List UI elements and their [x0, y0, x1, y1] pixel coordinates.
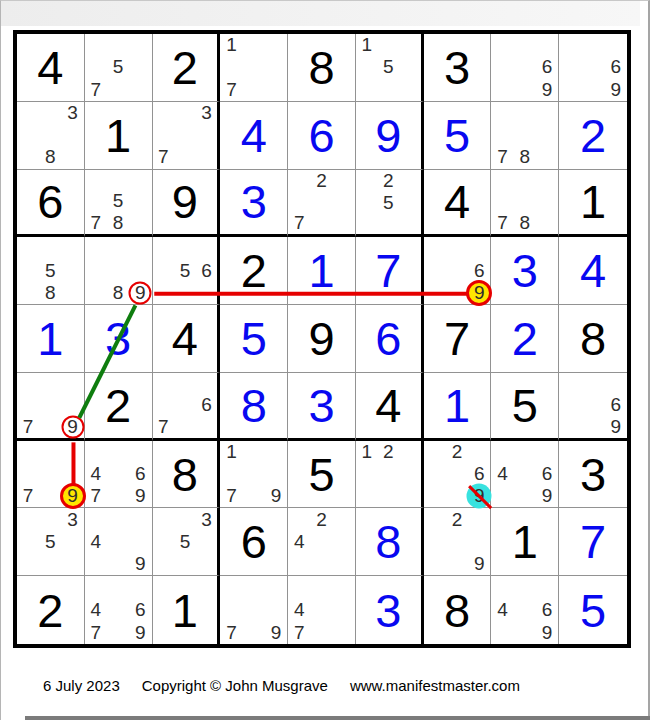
footer-copyright: Copyright © John Musgrave [142, 677, 328, 694]
given-digit: 2 [172, 44, 198, 91]
pencil-mark-pos3: 3 [62, 508, 84, 530]
pencil-mark-pos2 [174, 508, 196, 530]
cell-r7c4[interactable]: 179 [220, 441, 288, 509]
pencil-mark-pos2 [174, 102, 196, 124]
cell-r2c3[interactable]: 37 [153, 102, 221, 170]
pencil-marks: 79 [220, 576, 287, 644]
pencil-mark-pos7: 7 [153, 146, 175, 168]
cell-r6c9[interactable]: 69 [559, 373, 627, 441]
pencil-mark-pos1 [85, 34, 107, 56]
cell-r1c3[interactable]: 2 [153, 34, 221, 102]
pencil-mark-pos1 [424, 508, 446, 530]
given-digit: 7 [444, 315, 470, 362]
pencil-mark-pos7 [424, 282, 446, 304]
pencil-mark-pos1 [85, 508, 107, 530]
cell-r3c7[interactable]: 4 [424, 170, 492, 238]
solved-digit: 5 [580, 587, 606, 634]
cell-r3c9[interactable]: 1 [559, 170, 627, 238]
pencil-mark-pos8: 8 [107, 282, 129, 304]
pencil-mark-pos3 [129, 508, 151, 530]
pencil-marks: 69 [559, 373, 627, 438]
cell-r4c8[interactable]: 3 [491, 237, 559, 305]
pencil-mark-pos5 [446, 260, 468, 282]
cell-r5c6[interactable]: 6 [356, 305, 424, 373]
pencil-mark-pos5: 5 [107, 190, 129, 212]
pencil-mark-pos7: 7 [85, 79, 107, 101]
pencil-mark-pos2 [514, 576, 536, 599]
pencil-marks: 56 [153, 237, 218, 304]
cell-r8c8[interactable]: 1 [491, 508, 559, 576]
sudoku-board: 4572178153696938137469578265789327254781… [13, 30, 631, 648]
given-digit: 8 [580, 315, 606, 362]
cell-r3c4[interactable]: 3 [220, 170, 288, 238]
pencil-mark-pos3 [265, 441, 287, 463]
pencil-marks: 37 [153, 102, 218, 169]
pencil-mark-pos1 [17, 102, 39, 124]
pencil-mark-pos2 [107, 237, 129, 259]
pencil-mark-pos1 [85, 237, 107, 259]
pencil-mark-pos4: 4 [288, 599, 310, 622]
cell-r2c5[interactable]: 6 [288, 102, 356, 170]
cell-r5c9[interactable]: 8 [559, 305, 627, 373]
pencil-mark-pos4 [491, 56, 513, 78]
pencil-mark-pos4 [153, 394, 175, 416]
cell-r7c6[interactable]: 12 [356, 441, 424, 509]
pencil-mark-pos6: 6 [468, 463, 490, 485]
pencil-mark-pos1 [288, 170, 310, 192]
pencil-mark-pos5 [514, 56, 536, 78]
pencil-mark-pos8 [310, 553, 332, 575]
pencil-mark-pos1 [491, 34, 513, 56]
cell-r2c9[interactable]: 2 [559, 102, 627, 170]
cell-r1c4[interactable]: 17 [220, 34, 288, 102]
cell-r4c3[interactable]: 56 [153, 237, 221, 305]
pencil-mark-pos9: 9 [604, 416, 627, 438]
pencil-mark-pos3 [468, 508, 490, 530]
cell-r6c3[interactable]: 67 [153, 373, 221, 441]
pencil-mark-pos4 [356, 192, 378, 214]
given-digit: 3 [444, 44, 470, 91]
pencil-marks: 27 [288, 170, 355, 235]
pencil-mark-pos2 [243, 34, 265, 56]
cell-r5c8[interactable]: 2 [491, 305, 559, 373]
pencil-mark-pos1 [85, 576, 107, 599]
pencil-mark-pos8 [174, 146, 196, 168]
pencil-mark-pos8 [39, 485, 61, 507]
pencil-mark-pos2 [174, 373, 196, 394]
pencil-mark-pos3 [468, 237, 490, 259]
pencil-marks: 4679 [85, 576, 152, 644]
pencil-mark-pos9 [62, 146, 84, 168]
cell-r5c2[interactable]: 3 [85, 305, 153, 373]
pencil-mark-pos4 [559, 394, 582, 416]
pencil-mark-pos3: 3 [196, 102, 218, 124]
pencil-mark-pos2: 2 [446, 441, 468, 463]
cell-r9c7[interactable]: 8 [424, 576, 492, 644]
pencil-mark-pos4 [424, 531, 446, 553]
cell-r8c6[interactable]: 8 [356, 508, 424, 576]
pencil-mark-pos4 [220, 463, 242, 485]
cell-r4c9[interactable]: 4 [559, 237, 627, 305]
pencil-mark-pos1 [17, 508, 39, 530]
pencil-mark-pos4 [288, 192, 310, 213]
pencil-mark-pos7 [559, 79, 582, 101]
given-digit: 4 [444, 178, 470, 225]
given-digit: 5 [308, 451, 334, 498]
pencil-mark-pos6: 6 [536, 463, 558, 485]
cell-r1c2[interactable]: 57 [85, 34, 153, 102]
cell-r7c9[interactable]: 3 [559, 441, 627, 509]
cell-r6c8[interactable]: 5 [491, 373, 559, 441]
pencil-marks: 29 [424, 508, 491, 575]
cell-r6c5[interactable]: 3 [288, 373, 356, 441]
pencil-mark-pos8 [446, 282, 468, 304]
given-digit: 4 [375, 382, 401, 429]
pencil-mark-pos3 [333, 508, 355, 530]
given-digit: 8 [444, 587, 470, 634]
pencil-mark-pos5 [243, 599, 265, 622]
cell-r1c9[interactable]: 69 [559, 34, 627, 102]
solved-digit: 3 [105, 315, 131, 362]
pencil-mark-pos3 [468, 441, 490, 463]
pencil-marks: 38 [17, 102, 84, 169]
cell-r8c3[interactable]: 35 [153, 508, 221, 576]
cell-r6c6[interactable]: 4 [356, 373, 424, 441]
pencil-mark-pos1 [491, 441, 513, 463]
pencil-mark-pos9: 9 [536, 621, 558, 644]
pencil-mark-pos8 [39, 553, 61, 575]
cell-r2c6[interactable]: 9 [356, 102, 424, 170]
pencil-mark-pos4 [17, 394, 39, 415]
pencil-mark-pos9 [129, 212, 151, 234]
pencil-marks: 35 [153, 508, 218, 575]
cell-r8c2[interactable]: 49 [85, 508, 153, 576]
pencil-mark-pos4 [356, 56, 378, 78]
pencil-mark-pos3 [196, 373, 218, 394]
pencil-mark-pos2 [39, 102, 61, 124]
cell-r9c3[interactable]: 1 [153, 576, 221, 644]
pencil-mark-pos6 [399, 463, 421, 485]
cell-r6c7[interactable]: 1 [424, 373, 492, 441]
pencil-mark-pos6 [62, 260, 84, 282]
cell-r4c5[interactable]: 1 [288, 237, 356, 305]
pencil-mark-pos7 [85, 282, 107, 304]
solved-digit: 8 [241, 382, 267, 429]
pencil-mark-pos6: 6 [196, 394, 218, 416]
given-digit: 6 [241, 518, 267, 565]
pencil-marks: 57 [85, 34, 152, 101]
pencil-marks: 79 [17, 373, 84, 438]
pencil-mark-pos6 [399, 192, 421, 214]
pencil-mark-pos5 [39, 124, 61, 146]
pencil-mark-pos9 [333, 553, 355, 575]
cell-r7c5[interactable]: 5 [288, 441, 356, 509]
footer-website: www.manifestmaster.com [350, 677, 520, 694]
cell-r9c2[interactable]: 4679 [85, 576, 153, 644]
cell-r9c4[interactable]: 79 [220, 576, 288, 644]
pencil-mark-pos2: 2 [377, 170, 399, 192]
pencil-mark-pos5: 5 [174, 260, 196, 282]
cell-r9c8[interactable]: 469 [491, 576, 559, 644]
cell-r4c7[interactable]: 69 [424, 237, 492, 305]
cell-r3c5[interactable]: 27 [288, 170, 356, 238]
pencil-mark-pos5 [582, 394, 605, 416]
cell-r3c1[interactable]: 6 [17, 170, 85, 238]
pencil-mark-pos8 [514, 621, 536, 644]
pencil-marks: 15 [356, 34, 421, 101]
cell-r9c6[interactable]: 3 [356, 576, 424, 644]
pencil-mark-pos3 [536, 102, 558, 124]
pencil-mark-pos8 [107, 621, 129, 644]
cell-r5c7[interactable]: 7 [424, 305, 492, 373]
pencil-mark-pos9: 9 [604, 79, 627, 101]
pencil-mark-pos4 [424, 260, 446, 282]
cell-r2c2[interactable]: 1 [85, 102, 153, 170]
pencil-marks: 69 [559, 34, 627, 101]
cell-r5c1[interactable]: 1 [17, 305, 85, 373]
pencil-mark-pos1 [17, 373, 39, 394]
pencil-mark-pos9: 9 [129, 553, 151, 575]
pencil-mark-pos6: 6 [129, 599, 151, 622]
pencil-mark-pos1 [491, 170, 513, 191]
pencil-mark-pos9: 9 [129, 485, 151, 507]
cell-r2c4[interactable]: 4 [220, 102, 288, 170]
cell-r7c2[interactable]: 4679 [85, 441, 153, 509]
pencil-mark-pos6 [196, 124, 218, 146]
pencil-mark-pos7 [17, 553, 39, 575]
pencil-mark-pos9 [196, 553, 218, 575]
pencil-mark-pos3 [62, 373, 84, 394]
pencil-marks: 12 [356, 441, 421, 508]
pencil-mark-pos8 [514, 79, 536, 101]
pencil-marks: 469 [491, 441, 558, 508]
cell-r5c3[interactable]: 4 [153, 305, 221, 373]
pencil-mark-pos2 [107, 441, 129, 463]
pencil-mark-pos9 [196, 146, 218, 168]
pencil-mark-pos2: 2 [310, 508, 332, 530]
pencil-marks: 469 [491, 576, 558, 644]
pencil-mark-pos9: 9 [265, 621, 287, 644]
cell-r1c5[interactable]: 8 [288, 34, 356, 102]
cell-r9c9[interactable]: 5 [559, 576, 627, 644]
pencil-mark-pos8 [174, 553, 196, 575]
pencil-mark-pos3 [536, 441, 558, 463]
cell-r8c1[interactable]: 35 [17, 508, 85, 576]
pencil-mark-pos2 [107, 170, 129, 191]
cell-r2c1[interactable]: 38 [17, 102, 85, 170]
cell-r4c6[interactable]: 7 [356, 237, 424, 305]
pencil-mark-pos2 [39, 237, 61, 259]
pencil-mark-pos3 [62, 237, 84, 259]
cell-r4c2[interactable]: 89 [85, 237, 153, 305]
pencil-mark-pos2 [514, 170, 536, 191]
cell-r5c4[interactable]: 5 [220, 305, 288, 373]
pencil-mark-pos6: 6 [536, 599, 558, 622]
pencil-mark-pos8 [377, 485, 399, 507]
pencil-mark-pos9: 9 [536, 79, 558, 101]
pencil-mark-pos5: 5 [174, 531, 196, 553]
pencil-mark-pos7 [356, 79, 378, 101]
pencil-mark-pos7: 7 [17, 485, 39, 507]
pencil-mark-pos3 [536, 576, 558, 599]
cell-r3c2[interactable]: 578 [85, 170, 153, 238]
pencil-marks: 17 [220, 34, 287, 101]
pencil-mark-pos7: 7 [85, 485, 107, 507]
cell-r1c8[interactable]: 69 [491, 34, 559, 102]
cell-r1c1[interactable]: 4 [17, 34, 85, 102]
cell-r5c5[interactable]: 9 [288, 305, 356, 373]
pencil-mark-pos3 [129, 576, 151, 599]
pencil-mark-pos6 [129, 190, 151, 212]
pencil-mark-pos9: 9 [468, 553, 490, 575]
pencil-mark-pos8: 8 [514, 212, 536, 234]
pencil-mark-pos3: 3 [62, 102, 84, 124]
pencil-mark-pos6 [468, 531, 490, 553]
cell-r9c1[interactable]: 2 [17, 576, 85, 644]
pencil-mark-pos8 [377, 79, 399, 101]
pencil-mark-pos6 [536, 124, 558, 146]
pencil-mark-pos6 [129, 531, 151, 553]
pencil-marks: 47 [288, 576, 355, 644]
pencil-mark-pos9 [399, 485, 421, 507]
pencil-mark-pos2 [39, 508, 61, 530]
pencil-mark-pos1 [85, 441, 107, 463]
pencil-mark-pos3 [62, 441, 84, 463]
pencil-mark-pos7 [153, 553, 175, 575]
pencil-mark-pos3 [129, 441, 151, 463]
pencil-mark-pos5 [582, 56, 605, 78]
cell-r8c5[interactable]: 24 [288, 508, 356, 576]
cell-r9c5[interactable]: 47 [288, 576, 356, 644]
cell-r7c7[interactable]: 269 [424, 441, 492, 509]
pencil-mark-pos7: 7 [85, 212, 107, 234]
pencil-mark-pos2 [514, 102, 536, 124]
pencil-marks: 69 [491, 34, 558, 101]
solved-digit: 6 [308, 112, 334, 159]
pencil-marks: 25 [356, 170, 421, 235]
pencil-mark-pos3 [129, 170, 151, 191]
pencil-mark-pos3: 3 [196, 508, 218, 530]
given-digit: 2 [241, 247, 267, 294]
pencil-mark-pos8 [514, 485, 536, 507]
pencil-marks: 49 [85, 508, 152, 575]
pencil-mark-pos5 [107, 463, 129, 485]
given-digit: 8 [172, 451, 198, 498]
solved-digit: 8 [375, 518, 401, 565]
pencil-mark-pos4 [85, 190, 107, 212]
pencil-mark-pos6 [129, 56, 151, 78]
cell-r7c8[interactable]: 469 [491, 441, 559, 509]
pencil-mark-pos7 [356, 485, 378, 507]
pencil-mark-pos6: 6 [129, 463, 151, 485]
cell-r6c1[interactable]: 79 [17, 373, 85, 441]
pencil-mark-pos8 [377, 214, 399, 235]
pencil-mark-pos1 [220, 576, 242, 599]
cell-r3c6[interactable]: 25 [356, 170, 424, 238]
pencil-mark-pos1 [356, 170, 378, 192]
pencil-mark-pos2 [107, 576, 129, 599]
pencil-mark-pos9 [196, 416, 218, 438]
cell-r8c7[interactable]: 29 [424, 508, 492, 576]
pencil-mark-pos1 [424, 441, 446, 463]
pencil-mark-pos3 [129, 237, 151, 259]
pencil-marks: 578 [85, 170, 152, 235]
pencil-mark-pos6 [333, 531, 355, 553]
pencil-mark-pos2 [582, 373, 605, 394]
given-digit: 2 [37, 587, 63, 634]
pencil-mark-pos4 [153, 260, 175, 282]
cell-r8c9[interactable]: 7 [559, 508, 627, 576]
pencil-mark-pos3 [536, 170, 558, 191]
pencil-marks: 78 [491, 102, 558, 169]
pencil-mark-pos8 [39, 416, 61, 438]
pencil-mark-pos1 [17, 441, 39, 463]
pencil-mark-pos1 [153, 102, 175, 124]
pencil-mark-pos5 [514, 599, 536, 622]
pencil-mark-pos2 [514, 34, 536, 56]
pencil-mark-pos7 [17, 282, 39, 304]
pencil-marks: 35 [17, 508, 84, 575]
pencil-mark-pos5: 5 [39, 260, 61, 282]
pencil-mark-pos9: 9 [129, 282, 151, 304]
pencil-mark-pos5 [243, 56, 265, 78]
cell-r7c3[interactable]: 8 [153, 441, 221, 509]
pencil-mark-pos5 [174, 394, 196, 416]
pencil-mark-pos4: 4 [85, 599, 107, 622]
cell-r1c6[interactable]: 15 [356, 34, 424, 102]
cell-r3c8[interactable]: 78 [491, 170, 559, 238]
pencil-mark-pos3 [196, 237, 218, 259]
pencil-mark-pos4 [153, 531, 175, 553]
given-digit: 4 [37, 44, 63, 91]
pencil-mark-pos1 [153, 237, 175, 259]
pencil-mark-pos7 [356, 214, 378, 235]
cell-r4c1[interactable]: 58 [17, 237, 85, 305]
pencil-mark-pos6 [129, 260, 151, 282]
pencil-mark-pos8 [446, 553, 468, 575]
pencil-mark-pos2 [107, 508, 129, 530]
pencil-mark-pos1 [491, 102, 513, 124]
cell-r6c2[interactable]: 2 [85, 373, 153, 441]
cell-r1c7[interactable]: 3 [424, 34, 492, 102]
pencil-mark-pos8 [107, 553, 129, 575]
pencil-mark-pos6 [333, 599, 355, 622]
cell-r8c4[interactable]: 6 [220, 508, 288, 576]
pencil-mark-pos5 [107, 531, 129, 553]
pencil-mark-pos5 [446, 531, 468, 553]
solved-digit: 3 [512, 247, 538, 294]
pencil-mark-pos6 [265, 463, 287, 485]
pencil-mark-pos5: 5 [377, 192, 399, 214]
cell-r7c1[interactable]: 79 [17, 441, 85, 509]
cell-r2c8[interactable]: 78 [491, 102, 559, 170]
pencil-mark-pos1 [17, 237, 39, 259]
pencil-mark-pos1 [153, 373, 175, 394]
pencil-mark-pos7 [153, 282, 175, 304]
pencil-mark-pos2 [514, 441, 536, 463]
pencil-mark-pos7 [491, 79, 513, 101]
pencil-mark-pos7 [559, 416, 582, 438]
cell-r3c3[interactable]: 9 [153, 170, 221, 238]
pencil-mark-pos4 [17, 124, 39, 146]
pencil-mark-pos4: 4 [85, 531, 107, 553]
pencil-mark-pos2 [446, 237, 468, 259]
cell-r4c4[interactable]: 2 [220, 237, 288, 305]
pencil-mark-pos4: 4 [491, 599, 513, 622]
cell-r2c7[interactable]: 5 [424, 102, 492, 170]
cell-r6c4[interactable]: 8 [220, 373, 288, 441]
pencil-marks: 78 [491, 170, 558, 235]
